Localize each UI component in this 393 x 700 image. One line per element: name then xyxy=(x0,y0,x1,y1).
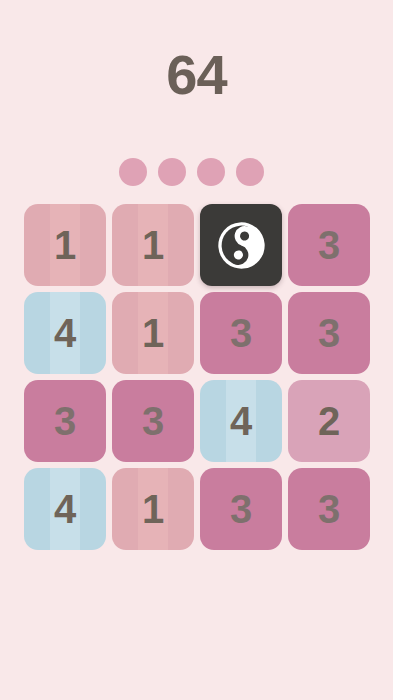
tile-r2c2[interactable]: 1 xyxy=(112,292,194,374)
board: 113413333424133 xyxy=(24,204,370,550)
tile-value: 3 xyxy=(142,399,164,444)
score-display: 64 xyxy=(0,47,393,103)
tile-r2c1[interactable]: 4 xyxy=(24,292,106,374)
tile-value: 1 xyxy=(142,487,164,532)
progress-dot xyxy=(236,158,264,186)
tile-value: 3 xyxy=(318,311,340,356)
tile-value: 4 xyxy=(230,399,252,444)
tile-value: 1 xyxy=(142,223,164,268)
tile-r3c1[interactable]: 3 xyxy=(24,380,106,462)
tile-value: 3 xyxy=(318,223,340,268)
game-screen: 64 113413333424133 xyxy=(0,0,393,700)
progress-dot xyxy=(158,158,186,186)
tile-value: 1 xyxy=(54,223,76,268)
yin-yang-icon xyxy=(208,212,275,279)
tile-r4c4[interactable]: 3 xyxy=(288,468,370,550)
tile-r4c2[interactable]: 1 xyxy=(112,468,194,550)
tile-r3c4[interactable]: 2 xyxy=(288,380,370,462)
tile-value: 3 xyxy=(230,487,252,532)
tile-r3c3[interactable]: 4 xyxy=(200,380,282,462)
progress-dot xyxy=(119,158,147,186)
tile-r2c4[interactable]: 3 xyxy=(288,292,370,374)
tile-r4c1[interactable]: 4 xyxy=(24,468,106,550)
tile-value: 3 xyxy=(318,487,340,532)
tile-value: 2 xyxy=(318,399,340,444)
tile-r3c2[interactable]: 3 xyxy=(112,380,194,462)
tile-r2c3[interactable]: 3 xyxy=(200,292,282,374)
tile-value: 3 xyxy=(230,311,252,356)
tile-value: 4 xyxy=(54,487,76,532)
progress-dots xyxy=(0,158,388,186)
tile-value: 4 xyxy=(54,311,76,356)
tile-r1c1[interactable]: 1 xyxy=(24,204,106,286)
tile-r4c3[interactable]: 3 xyxy=(200,468,282,550)
tile-r1c2[interactable]: 1 xyxy=(112,204,194,286)
tile-value: 3 xyxy=(54,399,76,444)
tile-value: 1 xyxy=(142,311,164,356)
tile-r1c4[interactable]: 3 xyxy=(288,204,370,286)
tile-wild-r1c3[interactable] xyxy=(200,204,282,286)
progress-dot xyxy=(197,158,225,186)
